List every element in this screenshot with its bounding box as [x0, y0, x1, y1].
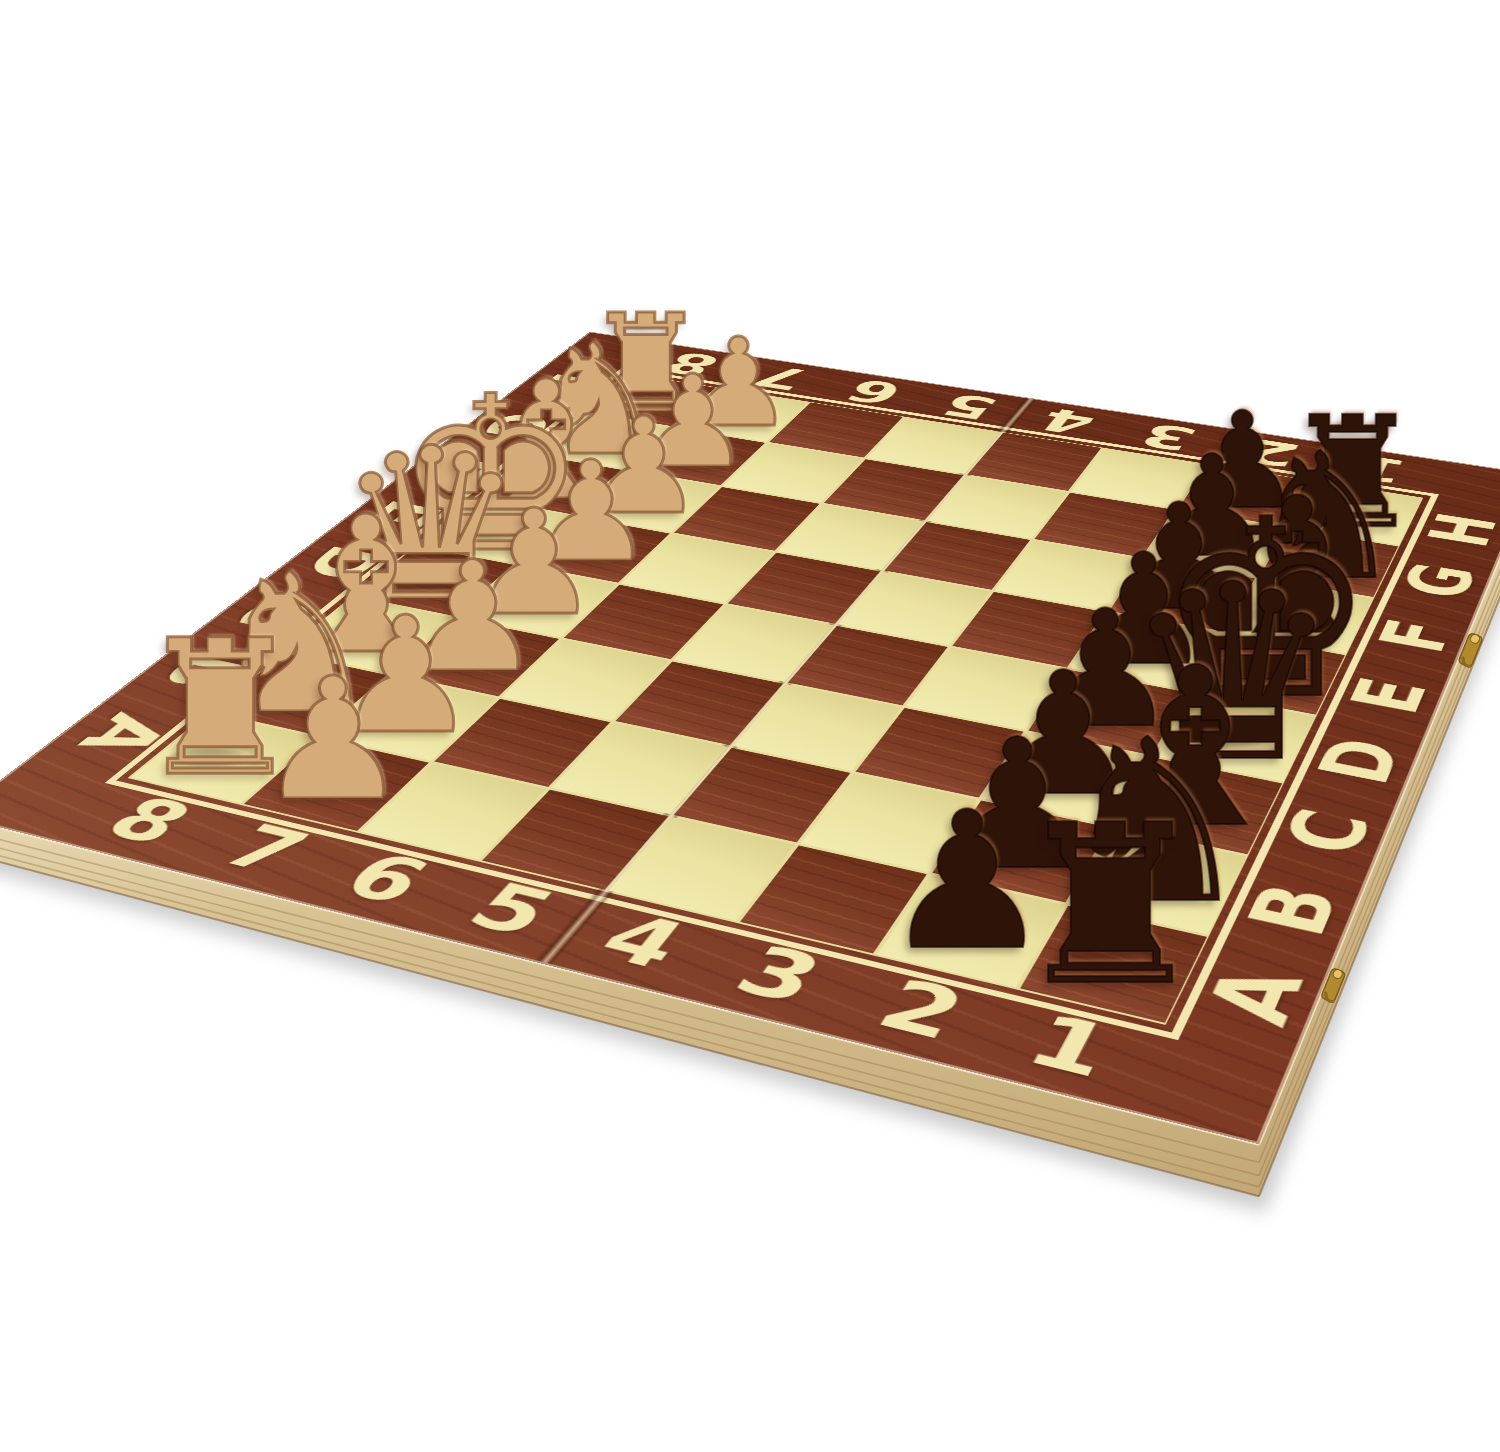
rank-label-left-6: 6 — [328, 844, 443, 913]
rank-label-left-2: 2 — [865, 969, 976, 1050]
rank-label-right-6: 6 — [837, 375, 910, 409]
rank-label-right-2: 2 — [1236, 434, 1306, 472]
rank-label-left-7: 7 — [207, 816, 322, 883]
product-photo-scene: AABBCCDDEEFFGGHH8877665544332211 ♜♟♞♟♝♟♟… — [0, 0, 1500, 1452]
file-label-near-a: A — [1190, 959, 1318, 1032]
rank-label-right-7: 7 — [744, 361, 817, 394]
rank-label-left-1: 1 — [1014, 1004, 1124, 1089]
file-label-near-h: H — [1416, 509, 1500, 551]
rank-label-right-4: 4 — [1031, 403, 1103, 439]
file-label-near-d: D — [1304, 732, 1415, 790]
rank-label-right-1: 1 — [1343, 450, 1412, 489]
rank-label-right-3: 3 — [1132, 418, 1203, 455]
rank-label-left-3: 3 — [722, 936, 834, 1014]
file-label-far-f: F — [417, 452, 509, 484]
file-label-near-g: G — [1391, 559, 1488, 603]
rank-label-left-4: 4 — [585, 904, 698, 979]
rank-label-right-5: 5 — [933, 389, 1005, 424]
rank-label-left-8: 8 — [90, 789, 205, 853]
file-label-near-c: C — [1270, 803, 1384, 861]
file-label-near-f: F — [1366, 615, 1465, 658]
rank-label-right-8: 8 — [654, 348, 728, 380]
rank-label-left-5: 5 — [454, 874, 568, 946]
file-label-near-b: B — [1232, 877, 1353, 943]
file-label-near-e: E — [1337, 672, 1440, 718]
